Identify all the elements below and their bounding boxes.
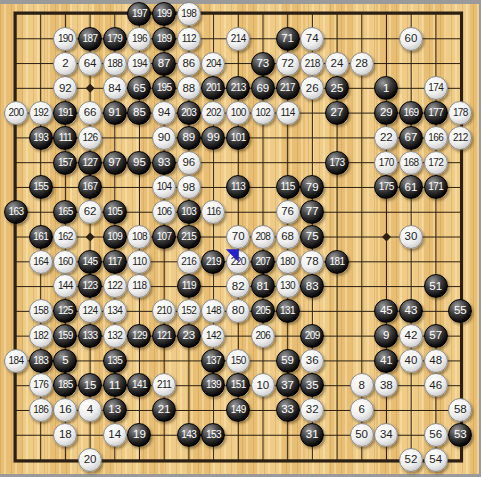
stone-white-152: 152 xyxy=(177,299,201,323)
stone-white-160: 160 xyxy=(53,250,77,274)
stone-black-175: 175 xyxy=(374,175,398,199)
stone-black-181: 181 xyxy=(325,250,349,274)
stone-black-75: 75 xyxy=(300,225,324,249)
stone-black-105: 105 xyxy=(103,200,127,224)
stone-black-19: 19 xyxy=(127,423,151,447)
stone-black-215: 215 xyxy=(177,225,201,249)
stone-black-127: 127 xyxy=(78,151,102,175)
stone-black-69: 69 xyxy=(251,76,275,100)
stone-black-71: 71 xyxy=(276,27,300,51)
stone-white-72: 72 xyxy=(276,52,300,76)
stone-black-101: 101 xyxy=(226,126,250,150)
stone-black-115: 115 xyxy=(276,175,300,199)
go-game-screenshot: 1971991981901871791961891122147174602641… xyxy=(0,0,481,477)
stone-white-118: 118 xyxy=(127,274,151,298)
stone-black-197: 197 xyxy=(127,2,151,26)
stone-white-100: 100 xyxy=(226,101,250,125)
stone-black-165: 165 xyxy=(53,200,77,224)
stone-black-203: 203 xyxy=(177,101,201,125)
stone-white-78: 78 xyxy=(300,250,324,274)
stone-black-167: 167 xyxy=(78,175,102,199)
stone-white-190: 190 xyxy=(53,27,77,51)
stone-black-191: 191 xyxy=(53,101,77,125)
stone-black-213: 213 xyxy=(226,76,250,100)
stone-white-96: 96 xyxy=(177,151,201,175)
stone-black-189: 189 xyxy=(152,27,176,51)
stone-white-200: 200 xyxy=(4,101,28,125)
stone-black-201: 201 xyxy=(201,76,225,100)
stone-black-89: 89 xyxy=(177,126,201,150)
stone-black-143: 143 xyxy=(177,423,201,447)
stone-black-195: 195 xyxy=(152,76,176,100)
stone-white-186: 186 xyxy=(29,398,53,422)
stone-black-163: 163 xyxy=(4,200,28,224)
stone-white-50: 50 xyxy=(350,423,374,447)
stone-black-15: 15 xyxy=(78,373,102,397)
stone-white-192: 192 xyxy=(29,101,53,125)
stone-black-57: 57 xyxy=(424,324,448,348)
stone-white-178: 178 xyxy=(448,101,472,125)
stone-white-148: 148 xyxy=(201,299,225,323)
stone-white-204: 204 xyxy=(201,52,225,76)
stone-white-198: 198 xyxy=(177,2,201,26)
stone-white-142: 142 xyxy=(201,324,225,348)
stone-black-121: 121 xyxy=(152,324,176,348)
stone-black-159: 159 xyxy=(53,324,77,348)
stone-black-37: 37 xyxy=(276,373,300,397)
stone-black-157: 157 xyxy=(53,151,77,175)
stone-white-194: 194 xyxy=(127,52,151,76)
stone-white-2: 2 xyxy=(53,52,77,76)
stone-black-177: 177 xyxy=(424,101,448,125)
stone-white-92: 92 xyxy=(53,76,77,100)
stone-black-179: 179 xyxy=(103,27,127,51)
stone-white-162: 162 xyxy=(53,225,77,249)
stone-white-202: 202 xyxy=(201,101,225,125)
stone-black-11: 11 xyxy=(103,373,127,397)
stone-black-219: 219 xyxy=(201,250,225,274)
stone-black-95: 95 xyxy=(127,151,151,175)
stone-white-188: 188 xyxy=(103,52,127,76)
stone-white-218: 218 xyxy=(300,52,324,76)
stone-black-119: 119 xyxy=(177,274,201,298)
stone-black-81: 81 xyxy=(251,274,275,298)
stone-white-116: 116 xyxy=(201,200,225,224)
stone-white-10: 10 xyxy=(251,373,275,397)
stone-black-131: 131 xyxy=(276,299,300,323)
stone-white-166: 166 xyxy=(424,126,448,150)
stone-black-93: 93 xyxy=(152,151,176,175)
stone-white-106: 106 xyxy=(152,200,176,224)
stone-white-62: 62 xyxy=(78,200,102,224)
stone-white-14: 14 xyxy=(103,423,127,447)
stone-black-45: 45 xyxy=(374,299,398,323)
stone-black-185: 185 xyxy=(53,373,77,397)
stone-black-79: 79 xyxy=(300,175,324,199)
stone-white-98: 98 xyxy=(177,175,201,199)
stone-white-124: 124 xyxy=(78,299,102,323)
stone-white-134: 134 xyxy=(103,299,127,323)
stone-black-67: 67 xyxy=(399,126,423,150)
stone-white-30: 30 xyxy=(399,225,423,249)
stone-white-66: 66 xyxy=(78,101,102,125)
stone-white-80: 80 xyxy=(226,299,250,323)
stone-black-117: 117 xyxy=(103,250,127,274)
go-board[interactable]: 1971991981901871791961891122147174602641… xyxy=(4,2,473,473)
stone-black-99: 99 xyxy=(201,126,225,150)
stone-black-23: 23 xyxy=(177,324,201,348)
stone-black-25: 25 xyxy=(325,76,349,100)
stone-white-110: 110 xyxy=(127,250,151,274)
stone-white-86: 86 xyxy=(177,52,201,76)
stone-white-130: 130 xyxy=(276,274,300,298)
stone-black-193: 193 xyxy=(29,126,53,150)
stone-black-83: 83 xyxy=(300,274,324,298)
stone-black-33: 33 xyxy=(276,398,300,422)
stone-black-107: 107 xyxy=(152,225,176,249)
stone-white-168: 168 xyxy=(399,151,423,175)
stone-black-43: 43 xyxy=(399,299,423,323)
stone-black-133: 133 xyxy=(78,324,102,348)
stone-black-113: 113 xyxy=(226,175,250,199)
stone-black-169: 169 xyxy=(399,101,423,125)
stone-black-13: 13 xyxy=(103,398,127,422)
stone-black-207: 207 xyxy=(251,250,275,274)
stone-white-74: 74 xyxy=(300,27,324,51)
stone-black-53: 53 xyxy=(448,423,472,447)
stone-black-153: 153 xyxy=(201,423,225,447)
stone-black-21: 21 xyxy=(152,398,176,422)
stone-white-112: 112 xyxy=(177,27,201,51)
stone-white-56: 56 xyxy=(424,423,448,447)
stone-white-18: 18 xyxy=(53,423,77,447)
stone-black-141: 141 xyxy=(127,373,151,397)
stone-white-46: 46 xyxy=(424,373,448,397)
stone-white-126: 126 xyxy=(78,126,102,150)
stone-white-36: 36 xyxy=(300,349,324,373)
stone-black-77: 77 xyxy=(300,200,324,224)
stone-white-174: 174 xyxy=(424,76,448,100)
stone-white-54: 54 xyxy=(424,448,448,472)
stone-white-211: 211 xyxy=(152,373,176,397)
stone-black-149: 149 xyxy=(226,398,250,422)
stone-white-24: 24 xyxy=(325,52,349,76)
stone-white-212: 212 xyxy=(448,126,472,150)
stone-black-61: 61 xyxy=(399,175,423,199)
stone-white-144: 144 xyxy=(53,274,77,298)
stone-black-91: 91 xyxy=(103,101,127,125)
stone-black-111: 111 xyxy=(53,126,77,150)
stone-black-129: 129 xyxy=(127,324,151,348)
stone-white-150: 150 xyxy=(226,349,250,373)
stone-white-58: 58 xyxy=(448,398,472,422)
stone-white-90: 90 xyxy=(152,126,176,150)
stone-black-85: 85 xyxy=(127,101,151,125)
stone-white-60: 60 xyxy=(399,27,423,51)
stone-white-84: 84 xyxy=(103,76,127,100)
stone-white-20: 20 xyxy=(78,448,102,472)
stone-black-9: 9 xyxy=(374,324,398,348)
stone-black-27: 27 xyxy=(325,101,349,125)
stone-black-161: 161 xyxy=(29,225,53,249)
stone-black-5: 5 xyxy=(53,349,77,373)
stone-white-28: 28 xyxy=(350,52,374,76)
stone-black-1: 1 xyxy=(374,76,398,100)
stone-black-51: 51 xyxy=(424,274,448,298)
stone-black-145: 145 xyxy=(78,250,102,274)
stone-white-122: 122 xyxy=(103,274,127,298)
stone-white-6: 6 xyxy=(350,398,374,422)
stone-black-87: 87 xyxy=(152,52,176,76)
stone-white-64: 64 xyxy=(78,52,102,76)
stone-white-214: 214 xyxy=(226,27,250,51)
stone-white-4: 4 xyxy=(78,398,102,422)
stone-white-208: 208 xyxy=(251,225,275,249)
stone-black-187: 187 xyxy=(78,27,102,51)
stone-white-42: 42 xyxy=(399,324,423,348)
stone-black-55: 55 xyxy=(448,299,472,323)
stone-black-65: 65 xyxy=(127,76,151,100)
stone-black-171: 171 xyxy=(424,175,448,199)
stone-white-216: 216 xyxy=(177,250,201,274)
stone-white-180: 180 xyxy=(276,250,300,274)
stone-white-104: 104 xyxy=(152,175,176,199)
stone-white-164: 164 xyxy=(29,250,53,274)
stone-black-155: 155 xyxy=(29,175,53,199)
stone-white-170: 170 xyxy=(374,151,398,175)
stone-black-97: 97 xyxy=(103,151,127,175)
stone-black-135: 135 xyxy=(103,349,127,373)
stone-white-172: 172 xyxy=(424,151,448,175)
stone-black-73: 73 xyxy=(251,52,275,76)
stone-black-173: 173 xyxy=(325,151,349,175)
stone-black-109: 109 xyxy=(103,225,127,249)
stone-black-209: 209 xyxy=(300,324,324,348)
stone-black-31: 31 xyxy=(300,423,324,447)
stone-white-76: 76 xyxy=(276,200,300,224)
stone-black-139: 139 xyxy=(201,373,225,397)
stone-white-184: 184 xyxy=(4,349,28,373)
stone-black-217: 217 xyxy=(276,76,300,100)
stone-white-94: 94 xyxy=(152,101,176,125)
stone-white-32: 32 xyxy=(300,398,324,422)
stone-white-68: 68 xyxy=(276,225,300,249)
stone-white-8: 8 xyxy=(350,373,374,397)
stone-black-35: 35 xyxy=(300,373,324,397)
stone-black-125: 125 xyxy=(53,299,77,323)
stone-white-88: 88 xyxy=(177,76,201,100)
stone-white-70: 70 xyxy=(226,225,250,249)
stone-white-16: 16 xyxy=(53,398,77,422)
stone-black-183: 183 xyxy=(29,349,53,373)
stone-black-205: 205 xyxy=(251,299,275,323)
stone-black-41: 41 xyxy=(374,349,398,373)
stone-black-103: 103 xyxy=(177,200,201,224)
stone-white-38: 38 xyxy=(374,373,398,397)
stone-black-199: 199 xyxy=(152,2,176,26)
stone-white-114: 114 xyxy=(276,101,300,125)
stone-white-82: 82 xyxy=(226,274,250,298)
stone-white-206: 206 xyxy=(251,324,275,348)
stone-white-48: 48 xyxy=(424,349,448,373)
stone-white-108: 108 xyxy=(127,225,151,249)
stone-black-137: 137 xyxy=(201,349,225,373)
stone-white-102: 102 xyxy=(251,101,275,125)
stone-white-52: 52 xyxy=(399,448,423,472)
stone-white-196: 196 xyxy=(127,27,151,51)
stone-white-182: 182 xyxy=(29,324,53,348)
stone-white-158: 158 xyxy=(29,299,53,323)
stone-white-34: 34 xyxy=(374,423,398,447)
stone-black-59: 59 xyxy=(276,349,300,373)
stone-black-151: 151 xyxy=(226,373,250,397)
stone-white-210: 210 xyxy=(152,299,176,323)
stone-white-22: 22 xyxy=(374,126,398,150)
stone-black-123: 123 xyxy=(78,274,102,298)
stone-white-40: 40 xyxy=(399,349,423,373)
stone-white-176: 176 xyxy=(29,373,53,397)
stone-white-26: 26 xyxy=(300,76,324,100)
stone-white-132: 132 xyxy=(103,324,127,348)
stone-black-29: 29 xyxy=(374,101,398,125)
